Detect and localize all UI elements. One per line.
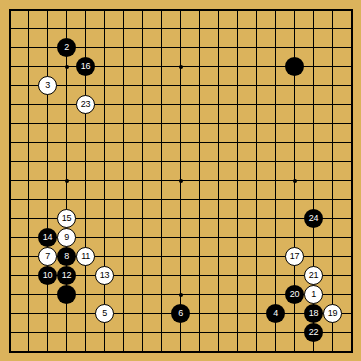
intersection-5-13[interactable] — [76, 228, 95, 247]
intersection-12-10[interactable] — [209, 171, 228, 190]
intersection-2-17[interactable] — [19, 304, 38, 323]
intersection-14-7[interactable] — [247, 114, 266, 133]
intersection-6-18[interactable] — [95, 323, 114, 342]
intersection-7-8[interactable] — [114, 133, 133, 152]
intersection-3-2[interactable] — [38, 19, 57, 38]
intersection-7-15[interactable] — [114, 266, 133, 285]
intersection-6-11[interactable] — [95, 190, 114, 209]
intersection-11-14[interactable] — [190, 247, 209, 266]
intersection-4-11[interactable] — [57, 190, 76, 209]
intersection-6-4[interactable] — [95, 57, 114, 76]
intersection-18-2[interactable] — [323, 19, 342, 38]
intersection-17-17[interactable]: 18 — [304, 304, 323, 323]
intersection-7-10[interactable] — [114, 171, 133, 190]
intersection-17-16[interactable]: 1 — [304, 285, 323, 304]
intersection-12-18[interactable] — [209, 323, 228, 342]
intersection-2-11[interactable] — [19, 190, 38, 209]
intersection-2-14[interactable] — [19, 247, 38, 266]
intersection-2-9[interactable] — [19, 152, 38, 171]
intersection-4-6[interactable] — [57, 95, 76, 114]
intersection-5-2[interactable] — [76, 19, 95, 38]
intersection-1-18[interactable] — [0, 323, 19, 342]
intersection-4-13[interactable]: 9 — [57, 228, 76, 247]
stone-white-move-7[interactable]: 7 — [38, 247, 57, 266]
intersection-17-8[interactable] — [304, 133, 323, 152]
intersection-8-3[interactable] — [133, 38, 152, 57]
intersection-4-12[interactable]: 15 — [57, 209, 76, 228]
intersection-14-12[interactable] — [247, 209, 266, 228]
intersection-14-1[interactable] — [247, 0, 266, 19]
intersection-18-9[interactable] — [323, 152, 342, 171]
intersection-7-7[interactable] — [114, 114, 133, 133]
intersection-15-14[interactable] — [266, 247, 285, 266]
intersection-6-7[interactable] — [95, 114, 114, 133]
intersection-9-7[interactable] — [152, 114, 171, 133]
intersection-3-4[interactable] — [38, 57, 57, 76]
intersection-2-16[interactable] — [19, 285, 38, 304]
intersection-10-18[interactable] — [171, 323, 190, 342]
intersection-18-14[interactable] — [323, 247, 342, 266]
intersection-6-17[interactable]: 5 — [95, 304, 114, 323]
stone-black-move-8[interactable]: 8 — [57, 247, 76, 266]
stone-black-move-16[interactable]: 16 — [76, 57, 95, 76]
intersection-18-16[interactable] — [323, 285, 342, 304]
intersection-3-7[interactable] — [38, 114, 57, 133]
intersection-13-11[interactable] — [228, 190, 247, 209]
intersection-4-5[interactable] — [57, 76, 76, 95]
intersection-2-12[interactable] — [19, 209, 38, 228]
intersection-11-11[interactable] — [190, 190, 209, 209]
intersection-18-13[interactable] — [323, 228, 342, 247]
intersection-9-10[interactable] — [152, 171, 171, 190]
intersection-8-1[interactable] — [133, 0, 152, 19]
intersection-18-15[interactable] — [323, 266, 342, 285]
intersection-6-14[interactable] — [95, 247, 114, 266]
intersection-2-6[interactable] — [19, 95, 38, 114]
intersection-8-19[interactable] — [133, 342, 152, 361]
stone-white-move-19[interactable]: 19 — [323, 304, 342, 323]
intersection-18-1[interactable] — [323, 0, 342, 19]
intersection-9-6[interactable] — [152, 95, 171, 114]
intersection-19-16[interactable] — [342, 285, 361, 304]
intersection-12-17[interactable] — [209, 304, 228, 323]
intersection-13-6[interactable] — [228, 95, 247, 114]
intersection-12-1[interactable] — [209, 0, 228, 19]
intersection-3-9[interactable] — [38, 152, 57, 171]
intersection-7-18[interactable] — [114, 323, 133, 342]
intersection-8-11[interactable] — [133, 190, 152, 209]
stone-black-move-4[interactable]: 4 — [266, 304, 285, 323]
intersection-3-16[interactable] — [38, 285, 57, 304]
intersection-4-8[interactable] — [57, 133, 76, 152]
stone-black-move-14[interactable]: 14 — [38, 228, 57, 247]
intersection-3-14[interactable]: 7 — [38, 247, 57, 266]
intersection-8-13[interactable] — [133, 228, 152, 247]
stone-white-move-1[interactable]: 1 — [304, 285, 323, 304]
intersection-1-19[interactable] — [0, 342, 19, 361]
intersection-1-17[interactable] — [0, 304, 19, 323]
intersection-18-12[interactable] — [323, 209, 342, 228]
intersection-6-15[interactable]: 13 — [95, 266, 114, 285]
intersection-15-2[interactable] — [266, 19, 285, 38]
intersection-5-14[interactable]: 11 — [76, 247, 95, 266]
intersection-5-9[interactable] — [76, 152, 95, 171]
intersection-12-12[interactable] — [209, 209, 228, 228]
intersection-19-13[interactable] — [342, 228, 361, 247]
intersection-13-14[interactable] — [228, 247, 247, 266]
intersection-8-17[interactable] — [133, 304, 152, 323]
intersection-16-6[interactable] — [285, 95, 304, 114]
intersection-4-15[interactable]: 12 — [57, 266, 76, 285]
intersection-17-18[interactable]: 22 — [304, 323, 323, 342]
intersection-18-10[interactable] — [323, 171, 342, 190]
intersection-1-8[interactable] — [0, 133, 19, 152]
intersection-17-15[interactable]: 21 — [304, 266, 323, 285]
intersection-11-17[interactable] — [190, 304, 209, 323]
intersection-12-9[interactable] — [209, 152, 228, 171]
intersection-5-17[interactable] — [76, 304, 95, 323]
intersection-2-15[interactable] — [19, 266, 38, 285]
intersection-6-13[interactable] — [95, 228, 114, 247]
intersection-15-15[interactable] — [266, 266, 285, 285]
intersection-14-4[interactable] — [247, 57, 266, 76]
intersection-17-4[interactable] — [304, 57, 323, 76]
intersection-4-18[interactable] — [57, 323, 76, 342]
intersection-16-5[interactable] — [285, 76, 304, 95]
intersection-17-19[interactable] — [304, 342, 323, 361]
intersection-10-14[interactable] — [171, 247, 190, 266]
intersection-19-15[interactable] — [342, 266, 361, 285]
intersection-11-15[interactable] — [190, 266, 209, 285]
intersection-4-1[interactable] — [57, 0, 76, 19]
intersection-10-15[interactable] — [171, 266, 190, 285]
intersection-19-2[interactable] — [342, 19, 361, 38]
intersection-6-1[interactable] — [95, 0, 114, 19]
intersection-15-1[interactable] — [266, 0, 285, 19]
intersection-7-4[interactable] — [114, 57, 133, 76]
intersection-13-4[interactable] — [228, 57, 247, 76]
intersection-10-7[interactable] — [171, 114, 190, 133]
intersection-5-16[interactable] — [76, 285, 95, 304]
intersection-14-11[interactable] — [247, 190, 266, 209]
intersection-7-13[interactable] — [114, 228, 133, 247]
intersection-10-12[interactable] — [171, 209, 190, 228]
intersection-18-17[interactable]: 19 — [323, 304, 342, 323]
stone-black-move-12[interactable]: 12 — [57, 266, 76, 285]
intersection-6-12[interactable] — [95, 209, 114, 228]
intersection-6-2[interactable] — [95, 19, 114, 38]
intersection-19-19[interactable] — [342, 342, 361, 361]
intersection-9-4[interactable] — [152, 57, 171, 76]
intersection-13-10[interactable] — [228, 171, 247, 190]
intersection-7-19[interactable] — [114, 342, 133, 361]
intersection-11-1[interactable] — [190, 0, 209, 19]
intersection-3-13[interactable]: 14 — [38, 228, 57, 247]
stone-black-move-18[interactable]: 18 — [304, 304, 323, 323]
intersection-9-14[interactable] — [152, 247, 171, 266]
intersection-19-7[interactable] — [342, 114, 361, 133]
intersection-12-19[interactable] — [209, 342, 228, 361]
intersection-2-1[interactable] — [19, 0, 38, 19]
stone-black-move-22[interactable]: 22 — [304, 323, 323, 342]
intersection-7-2[interactable] — [114, 19, 133, 38]
intersection-11-6[interactable] — [190, 95, 209, 114]
intersection-7-9[interactable] — [114, 152, 133, 171]
intersection-2-8[interactable] — [19, 133, 38, 152]
intersection-2-19[interactable] — [19, 342, 38, 361]
intersection-8-16[interactable] — [133, 285, 152, 304]
intersection-9-18[interactable] — [152, 323, 171, 342]
stone-black-move-24[interactable]: 24 — [304, 209, 323, 228]
intersection-10-9[interactable] — [171, 152, 190, 171]
intersection-4-19[interactable] — [57, 342, 76, 361]
intersection-16-16[interactable]: 20 — [285, 285, 304, 304]
intersection-19-12[interactable] — [342, 209, 361, 228]
intersection-18-5[interactable] — [323, 76, 342, 95]
intersection-19-3[interactable] — [342, 38, 361, 57]
intersection-16-1[interactable] — [285, 0, 304, 19]
intersection-5-10[interactable] — [76, 171, 95, 190]
intersection-17-7[interactable] — [304, 114, 323, 133]
intersection-5-8[interactable] — [76, 133, 95, 152]
intersection-6-8[interactable] — [95, 133, 114, 152]
intersection-8-6[interactable] — [133, 95, 152, 114]
intersection-5-4[interactable]: 16 — [76, 57, 95, 76]
intersection-5-7[interactable] — [76, 114, 95, 133]
intersection-2-7[interactable] — [19, 114, 38, 133]
intersection-19-5[interactable] — [342, 76, 361, 95]
intersection-13-9[interactable] — [228, 152, 247, 171]
intersection-13-1[interactable] — [228, 0, 247, 19]
intersection-12-15[interactable] — [209, 266, 228, 285]
intersection-12-7[interactable] — [209, 114, 228, 133]
intersection-17-13[interactable] — [304, 228, 323, 247]
intersection-16-7[interactable] — [285, 114, 304, 133]
intersection-3-17[interactable] — [38, 304, 57, 323]
intersection-10-6[interactable] — [171, 95, 190, 114]
stone-black-move-6[interactable]: 6 — [171, 304, 190, 323]
intersection-11-19[interactable] — [190, 342, 209, 361]
intersection-9-16[interactable] — [152, 285, 171, 304]
stone-black-setup[interactable] — [57, 285, 76, 304]
intersection-12-8[interactable] — [209, 133, 228, 152]
intersection-1-10[interactable] — [0, 171, 19, 190]
stone-white-move-11[interactable]: 11 — [76, 247, 95, 266]
intersection-15-5[interactable] — [266, 76, 285, 95]
intersection-17-3[interactable] — [304, 38, 323, 57]
intersection-10-19[interactable] — [171, 342, 190, 361]
intersection-14-18[interactable] — [247, 323, 266, 342]
intersection-9-1[interactable] — [152, 0, 171, 19]
intersection-19-6[interactable] — [342, 95, 361, 114]
intersection-17-5[interactable] — [304, 76, 323, 95]
intersection-5-15[interactable] — [76, 266, 95, 285]
intersection-19-11[interactable] — [342, 190, 361, 209]
intersection-8-2[interactable] — [133, 19, 152, 38]
intersection-11-2[interactable] — [190, 19, 209, 38]
intersection-4-17[interactable] — [57, 304, 76, 323]
intersection-8-12[interactable] — [133, 209, 152, 228]
intersection-4-2[interactable] — [57, 19, 76, 38]
intersection-2-18[interactable] — [19, 323, 38, 342]
intersection-7-14[interactable] — [114, 247, 133, 266]
intersection-1-11[interactable] — [0, 190, 19, 209]
intersection-15-10[interactable] — [266, 171, 285, 190]
intersection-16-15[interactable] — [285, 266, 304, 285]
intersection-19-8[interactable] — [342, 133, 361, 152]
intersection-9-3[interactable] — [152, 38, 171, 57]
intersection-13-12[interactable] — [228, 209, 247, 228]
intersection-3-10[interactable] — [38, 171, 57, 190]
intersection-14-10[interactable] — [247, 171, 266, 190]
intersection-18-7[interactable] — [323, 114, 342, 133]
intersection-13-17[interactable] — [228, 304, 247, 323]
intersection-3-15[interactable]: 10 — [38, 266, 57, 285]
intersection-11-18[interactable] — [190, 323, 209, 342]
intersection-13-8[interactable] — [228, 133, 247, 152]
intersection-10-1[interactable] — [171, 0, 190, 19]
intersection-9-8[interactable] — [152, 133, 171, 152]
intersection-17-11[interactable] — [304, 190, 323, 209]
intersection-19-4[interactable] — [342, 57, 361, 76]
intersection-6-6[interactable] — [95, 95, 114, 114]
intersection-3-3[interactable] — [38, 38, 57, 57]
stone-black-move-10[interactable]: 10 — [38, 266, 57, 285]
intersection-18-3[interactable] — [323, 38, 342, 57]
intersection-15-16[interactable] — [266, 285, 285, 304]
intersection-4-16[interactable] — [57, 285, 76, 304]
intersection-11-13[interactable] — [190, 228, 209, 247]
intersection-9-13[interactable] — [152, 228, 171, 247]
intersection-18-19[interactable] — [323, 342, 342, 361]
intersection-5-18[interactable] — [76, 323, 95, 342]
intersection-15-6[interactable] — [266, 95, 285, 114]
intersection-15-18[interactable] — [266, 323, 285, 342]
intersection-9-9[interactable] — [152, 152, 171, 171]
intersection-16-13[interactable] — [285, 228, 304, 247]
intersection-9-2[interactable] — [152, 19, 171, 38]
intersection-11-12[interactable] — [190, 209, 209, 228]
stone-black-move-2[interactable]: 2 — [57, 38, 76, 57]
intersection-11-10[interactable] — [190, 171, 209, 190]
intersection-16-11[interactable] — [285, 190, 304, 209]
intersection-18-6[interactable] — [323, 95, 342, 114]
intersection-9-15[interactable] — [152, 266, 171, 285]
intersection-8-14[interactable] — [133, 247, 152, 266]
intersection-19-18[interactable] — [342, 323, 361, 342]
intersection-16-12[interactable] — [285, 209, 304, 228]
intersection-3-6[interactable] — [38, 95, 57, 114]
intersection-9-11[interactable] — [152, 190, 171, 209]
intersection-16-3[interactable] — [285, 38, 304, 57]
intersection-2-13[interactable] — [19, 228, 38, 247]
intersection-10-11[interactable] — [171, 190, 190, 209]
intersection-3-1[interactable] — [38, 0, 57, 19]
intersection-19-17[interactable] — [342, 304, 361, 323]
intersection-15-7[interactable] — [266, 114, 285, 133]
intersection-7-12[interactable] — [114, 209, 133, 228]
intersection-7-3[interactable] — [114, 38, 133, 57]
intersection-19-9[interactable] — [342, 152, 361, 171]
intersection-15-9[interactable] — [266, 152, 285, 171]
intersection-10-5[interactable] — [171, 76, 190, 95]
intersection-13-3[interactable] — [228, 38, 247, 57]
intersection-17-2[interactable] — [304, 19, 323, 38]
intersection-13-18[interactable] — [228, 323, 247, 342]
intersection-6-16[interactable] — [95, 285, 114, 304]
intersection-5-3[interactable] — [76, 38, 95, 57]
intersection-8-5[interactable] — [133, 76, 152, 95]
intersection-5-5[interactable] — [76, 76, 95, 95]
intersection-1-6[interactable] — [0, 95, 19, 114]
intersection-5-1[interactable] — [76, 0, 95, 19]
intersection-13-5[interactable] — [228, 76, 247, 95]
intersection-11-8[interactable] — [190, 133, 209, 152]
intersection-7-6[interactable] — [114, 95, 133, 114]
intersection-18-8[interactable] — [323, 133, 342, 152]
intersection-17-1[interactable] — [304, 0, 323, 19]
intersection-11-16[interactable] — [190, 285, 209, 304]
intersection-7-11[interactable] — [114, 190, 133, 209]
intersection-9-19[interactable] — [152, 342, 171, 361]
intersection-7-1[interactable] — [114, 0, 133, 19]
intersection-12-11[interactable] — [209, 190, 228, 209]
intersection-8-8[interactable] — [133, 133, 152, 152]
intersection-13-19[interactable] — [228, 342, 247, 361]
intersection-15-19[interactable] — [266, 342, 285, 361]
intersection-16-17[interactable] — [285, 304, 304, 323]
intersection-1-2[interactable] — [0, 19, 19, 38]
intersection-13-16[interactable] — [228, 285, 247, 304]
stone-white-move-9[interactable]: 9 — [57, 228, 76, 247]
intersection-8-15[interactable] — [133, 266, 152, 285]
intersection-10-13[interactable] — [171, 228, 190, 247]
intersection-14-13[interactable] — [247, 228, 266, 247]
intersection-11-5[interactable] — [190, 76, 209, 95]
intersection-11-9[interactable] — [190, 152, 209, 171]
stone-white-move-5[interactable]: 5 — [95, 304, 114, 323]
stone-white-move-23[interactable]: 23 — [76, 95, 95, 114]
intersection-6-9[interactable] — [95, 152, 114, 171]
intersection-12-6[interactable] — [209, 95, 228, 114]
intersection-1-16[interactable] — [0, 285, 19, 304]
intersection-2-2[interactable] — [19, 19, 38, 38]
stone-white-move-17[interactable]: 17 — [285, 247, 304, 266]
intersection-1-12[interactable] — [0, 209, 19, 228]
intersection-6-5[interactable] — [95, 76, 114, 95]
intersection-4-7[interactable] — [57, 114, 76, 133]
intersection-12-3[interactable] — [209, 38, 228, 57]
intersection-16-4[interactable] — [285, 57, 304, 76]
intersection-19-10[interactable] — [342, 171, 361, 190]
intersection-5-6[interactable]: 23 — [76, 95, 95, 114]
intersection-2-3[interactable] — [19, 38, 38, 57]
intersection-13-15[interactable] — [228, 266, 247, 285]
intersection-9-5[interactable] — [152, 76, 171, 95]
intersection-11-4[interactable] — [190, 57, 209, 76]
stone-black-setup[interactable] — [285, 57, 304, 76]
intersection-17-14[interactable] — [304, 247, 323, 266]
intersection-10-17[interactable]: 6 — [171, 304, 190, 323]
intersection-17-10[interactable] — [304, 171, 323, 190]
intersection-6-3[interactable] — [95, 38, 114, 57]
intersection-17-6[interactable] — [304, 95, 323, 114]
intersection-1-9[interactable] — [0, 152, 19, 171]
intersection-17-12[interactable]: 24 — [304, 209, 323, 228]
intersection-9-17[interactable] — [152, 304, 171, 323]
stone-black-move-20[interactable]: 20 — [285, 285, 304, 304]
intersection-10-3[interactable] — [171, 38, 190, 57]
